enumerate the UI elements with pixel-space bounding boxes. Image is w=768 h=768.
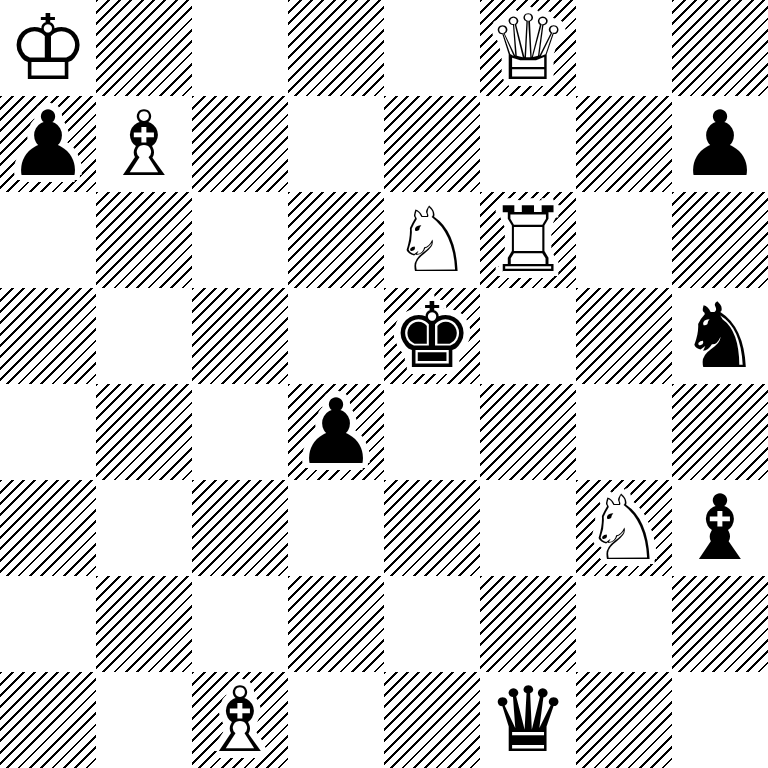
square-a5[interactable]	[0, 288, 96, 384]
square-d7[interactable]	[288, 96, 384, 192]
piece-black-pawn[interactable]: ♟	[0, 96, 96, 192]
piece-black-pawn[interactable]: ♟	[672, 96, 768, 192]
chess-board: ♚♔♛♕♟♝♗♟♞♘♜♖♚♞♟♞♘♝♝♗♛	[0, 0, 768, 768]
square-f2[interactable]	[480, 576, 576, 672]
square-g3[interactable]: ♞♘	[576, 480, 672, 576]
square-e7[interactable]	[384, 96, 480, 192]
square-h5[interactable]: ♞	[672, 288, 768, 384]
square-d6[interactable]	[288, 192, 384, 288]
square-e2[interactable]	[384, 576, 480, 672]
square-e3[interactable]	[384, 480, 480, 576]
square-f4[interactable]	[480, 384, 576, 480]
piece-black-king[interactable]: ♚	[384, 288, 480, 384]
square-b4[interactable]	[96, 384, 192, 480]
square-d5[interactable]	[288, 288, 384, 384]
piece-black-knight[interactable]: ♞	[672, 288, 768, 384]
square-b7[interactable]: ♝♗	[96, 96, 192, 192]
square-b3[interactable]	[96, 480, 192, 576]
square-d4[interactable]: ♟	[288, 384, 384, 480]
square-f7[interactable]	[480, 96, 576, 192]
square-e4[interactable]	[384, 384, 480, 480]
square-b8[interactable]	[96, 0, 192, 96]
square-h1[interactable]	[672, 672, 768, 768]
square-a6[interactable]	[0, 192, 96, 288]
square-e6[interactable]: ♞♘	[384, 192, 480, 288]
square-b6[interactable]	[96, 192, 192, 288]
square-a3[interactable]	[0, 480, 96, 576]
square-h6[interactable]	[672, 192, 768, 288]
square-g7[interactable]	[576, 96, 672, 192]
square-h4[interactable]	[672, 384, 768, 480]
square-a2[interactable]	[0, 576, 96, 672]
square-d2[interactable]	[288, 576, 384, 672]
square-h2[interactable]	[672, 576, 768, 672]
square-a8[interactable]: ♚♔	[0, 0, 96, 96]
square-c8[interactable]	[192, 0, 288, 96]
square-e5[interactable]: ♚	[384, 288, 480, 384]
square-g2[interactable]	[576, 576, 672, 672]
square-c4[interactable]	[192, 384, 288, 480]
piece-black-queen[interactable]: ♛	[480, 672, 576, 768]
square-f5[interactable]	[480, 288, 576, 384]
square-f6[interactable]: ♜♖	[480, 192, 576, 288]
square-g5[interactable]	[576, 288, 672, 384]
square-f8[interactable]: ♛♕	[480, 0, 576, 96]
square-c2[interactable]	[192, 576, 288, 672]
square-c7[interactable]	[192, 96, 288, 192]
square-a1[interactable]	[0, 672, 96, 768]
piece-white-bishop[interactable]: ♗	[192, 672, 288, 768]
square-b2[interactable]	[96, 576, 192, 672]
piece-black-pawn[interactable]: ♟	[288, 384, 384, 480]
square-c5[interactable]	[192, 288, 288, 384]
square-b1[interactable]	[96, 672, 192, 768]
piece-white-queen[interactable]: ♕	[480, 0, 576, 96]
square-e8[interactable]	[384, 0, 480, 96]
square-c6[interactable]	[192, 192, 288, 288]
square-f3[interactable]	[480, 480, 576, 576]
square-a4[interactable]	[0, 384, 96, 480]
piece-white-king[interactable]: ♔	[0, 0, 96, 96]
square-g4[interactable]	[576, 384, 672, 480]
square-d8[interactable]	[288, 0, 384, 96]
piece-black-bishop[interactable]: ♝	[672, 480, 768, 576]
square-a7[interactable]: ♟	[0, 96, 96, 192]
square-c1[interactable]: ♝♗	[192, 672, 288, 768]
square-e1[interactable]	[384, 672, 480, 768]
square-d1[interactable]	[288, 672, 384, 768]
square-g8[interactable]	[576, 0, 672, 96]
piece-white-rook[interactable]: ♖	[480, 192, 576, 288]
square-g6[interactable]	[576, 192, 672, 288]
square-h8[interactable]	[672, 0, 768, 96]
square-b5[interactable]	[96, 288, 192, 384]
square-h7[interactable]: ♟	[672, 96, 768, 192]
square-h3[interactable]: ♝	[672, 480, 768, 576]
square-g1[interactable]	[576, 672, 672, 768]
square-c3[interactable]	[192, 480, 288, 576]
piece-white-knight[interactable]: ♘	[576, 480, 672, 576]
square-d3[interactable]	[288, 480, 384, 576]
piece-white-bishop[interactable]: ♗	[96, 96, 192, 192]
piece-white-knight[interactable]: ♘	[384, 192, 480, 288]
square-f1[interactable]: ♛	[480, 672, 576, 768]
